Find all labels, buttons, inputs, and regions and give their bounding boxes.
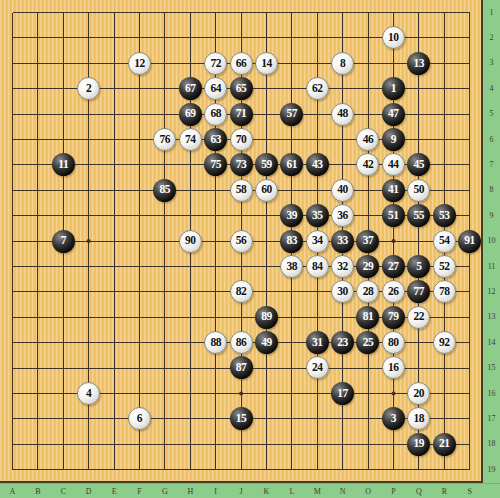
- row-label-10: 10: [483, 236, 500, 246]
- white-stone-82: 82: [230, 280, 253, 303]
- white-stone-40: 40: [331, 179, 354, 202]
- white-stone-88: 88: [204, 331, 227, 354]
- column-label-H: H: [184, 487, 197, 497]
- white-stone-10: 10: [382, 26, 405, 49]
- white-stone-54: 54: [433, 230, 456, 253]
- white-stone-60: 60: [255, 179, 278, 202]
- row-label-3: 3: [483, 58, 500, 68]
- stone-layer: 1234567891011121314151617181920212223242…: [0, 0, 482, 482]
- black-stone-31: 31: [306, 331, 329, 354]
- row-label-18: 18: [483, 439, 500, 449]
- white-stone-80: 80: [382, 331, 405, 354]
- black-stone-13: 13: [407, 52, 430, 75]
- black-stone-53: 53: [433, 204, 456, 227]
- black-stone-81: 81: [356, 306, 379, 329]
- row-label-17: 17: [483, 414, 500, 424]
- column-label-S: S: [463, 487, 476, 497]
- column-label-I: I: [209, 487, 222, 497]
- white-stone-24: 24: [306, 356, 329, 379]
- row-label-7: 7: [483, 160, 500, 170]
- column-coordinate-strip: ABCDEFGHIJKLMNOPQRS: [0, 483, 500, 498]
- black-stone-27: 27: [382, 255, 405, 278]
- white-stone-70: 70: [230, 128, 253, 151]
- black-stone-75: 75: [204, 153, 227, 176]
- column-label-Q: Q: [412, 487, 425, 497]
- goban[interactable]: 1234567891011121314151617181920212223242…: [0, 0, 483, 483]
- black-stone-49: 49: [255, 331, 278, 354]
- column-label-R: R: [438, 487, 451, 497]
- black-stone-7: 7: [52, 230, 75, 253]
- go-game-diagram: 1234567891011121314151617181920212223242…: [0, 0, 500, 498]
- black-stone-85: 85: [153, 179, 176, 202]
- black-stone-89: 89: [255, 306, 278, 329]
- white-stone-48: 48: [331, 103, 354, 126]
- column-label-N: N: [336, 487, 349, 497]
- row-label-19: 19: [483, 465, 500, 475]
- black-stone-23: 23: [331, 331, 354, 354]
- black-stone-67: 67: [179, 77, 202, 100]
- white-stone-50: 50: [407, 179, 430, 202]
- white-stone-62: 62: [306, 77, 329, 100]
- black-stone-9: 9: [382, 128, 405, 151]
- black-stone-65: 65: [230, 77, 253, 100]
- white-stone-58: 58: [230, 179, 253, 202]
- black-stone-3: 3: [382, 407, 405, 430]
- black-stone-55: 55: [407, 204, 430, 227]
- black-stone-45: 45: [407, 153, 430, 176]
- black-stone-21: 21: [433, 433, 456, 456]
- black-stone-1: 1: [382, 77, 405, 100]
- black-stone-35: 35: [306, 204, 329, 227]
- white-stone-14: 14: [255, 52, 278, 75]
- column-label-D: D: [82, 487, 95, 497]
- column-label-K: K: [260, 487, 273, 497]
- row-label-13: 13: [483, 312, 500, 322]
- black-stone-73: 73: [230, 153, 253, 176]
- black-stone-25: 25: [356, 331, 379, 354]
- white-stone-28: 28: [356, 280, 379, 303]
- black-stone-71: 71: [230, 103, 253, 126]
- black-stone-69: 69: [179, 103, 202, 126]
- column-label-M: M: [311, 487, 324, 497]
- black-stone-61: 61: [280, 153, 303, 176]
- white-stone-84: 84: [306, 255, 329, 278]
- white-stone-38: 38: [280, 255, 303, 278]
- white-stone-20: 20: [407, 382, 430, 405]
- column-label-C: C: [57, 487, 70, 497]
- white-stone-72: 72: [204, 52, 227, 75]
- column-label-L: L: [285, 487, 298, 497]
- black-stone-39: 39: [280, 204, 303, 227]
- white-stone-42: 42: [356, 153, 379, 176]
- white-stone-74: 74: [179, 128, 202, 151]
- black-stone-79: 79: [382, 306, 405, 329]
- white-stone-18: 18: [407, 407, 430, 430]
- white-stone-16: 16: [382, 356, 405, 379]
- white-stone-66: 66: [230, 52, 253, 75]
- white-stone-78: 78: [433, 280, 456, 303]
- row-label-1: 1: [483, 8, 500, 18]
- black-stone-43: 43: [306, 153, 329, 176]
- black-stone-33: 33: [331, 230, 354, 253]
- black-stone-41: 41: [382, 179, 405, 202]
- white-stone-30: 30: [331, 280, 354, 303]
- white-stone-4: 4: [77, 382, 100, 405]
- row-label-12: 12: [483, 287, 500, 297]
- black-stone-77: 77: [407, 280, 430, 303]
- column-label-B: B: [31, 487, 44, 497]
- column-label-E: E: [108, 487, 121, 497]
- row-label-8: 8: [483, 185, 500, 195]
- column-label-A: A: [6, 487, 19, 497]
- white-stone-6: 6: [128, 407, 151, 430]
- black-stone-87: 87: [230, 356, 253, 379]
- white-stone-46: 46: [356, 128, 379, 151]
- column-label-O: O: [362, 487, 375, 497]
- black-stone-47: 47: [382, 103, 405, 126]
- white-stone-8: 8: [331, 52, 354, 75]
- black-stone-29: 29: [356, 255, 379, 278]
- black-stone-83: 83: [280, 230, 303, 253]
- white-stone-90: 90: [179, 230, 202, 253]
- row-label-9: 9: [483, 211, 500, 221]
- black-stone-11: 11: [52, 153, 75, 176]
- white-stone-34: 34: [306, 230, 329, 253]
- column-label-F: F: [133, 487, 146, 497]
- row-coordinate-strip: 12345678910111213141516171819: [483, 0, 500, 483]
- row-label-11: 11: [483, 262, 500, 272]
- white-stone-64: 64: [204, 77, 227, 100]
- black-stone-91: 91: [458, 230, 481, 253]
- black-stone-5: 5: [407, 255, 430, 278]
- white-stone-32: 32: [331, 255, 354, 278]
- white-stone-92: 92: [433, 331, 456, 354]
- white-stone-2: 2: [77, 77, 100, 100]
- white-stone-76: 76: [153, 128, 176, 151]
- row-label-14: 14: [483, 338, 500, 348]
- white-stone-52: 52: [433, 255, 456, 278]
- white-stone-44: 44: [382, 153, 405, 176]
- black-stone-19: 19: [407, 433, 430, 456]
- white-stone-86: 86: [230, 331, 253, 354]
- white-stone-36: 36: [331, 204, 354, 227]
- white-stone-22: 22: [407, 306, 430, 329]
- black-stone-59: 59: [255, 153, 278, 176]
- black-stone-17: 17: [331, 382, 354, 405]
- black-stone-15: 15: [230, 407, 253, 430]
- row-label-4: 4: [483, 84, 500, 94]
- row-label-6: 6: [483, 135, 500, 145]
- column-label-G: G: [158, 487, 171, 497]
- white-stone-56: 56: [230, 230, 253, 253]
- row-label-2: 2: [483, 33, 500, 43]
- white-stone-68: 68: [204, 103, 227, 126]
- white-stone-26: 26: [382, 280, 405, 303]
- black-stone-63: 63: [204, 128, 227, 151]
- column-label-J: J: [235, 487, 248, 497]
- row-label-5: 5: [483, 109, 500, 119]
- black-stone-57: 57: [280, 103, 303, 126]
- row-label-16: 16: [483, 389, 500, 399]
- white-stone-12: 12: [128, 52, 151, 75]
- column-label-P: P: [387, 487, 400, 497]
- black-stone-37: 37: [356, 230, 379, 253]
- black-stone-51: 51: [382, 204, 405, 227]
- row-label-15: 15: [483, 363, 500, 373]
